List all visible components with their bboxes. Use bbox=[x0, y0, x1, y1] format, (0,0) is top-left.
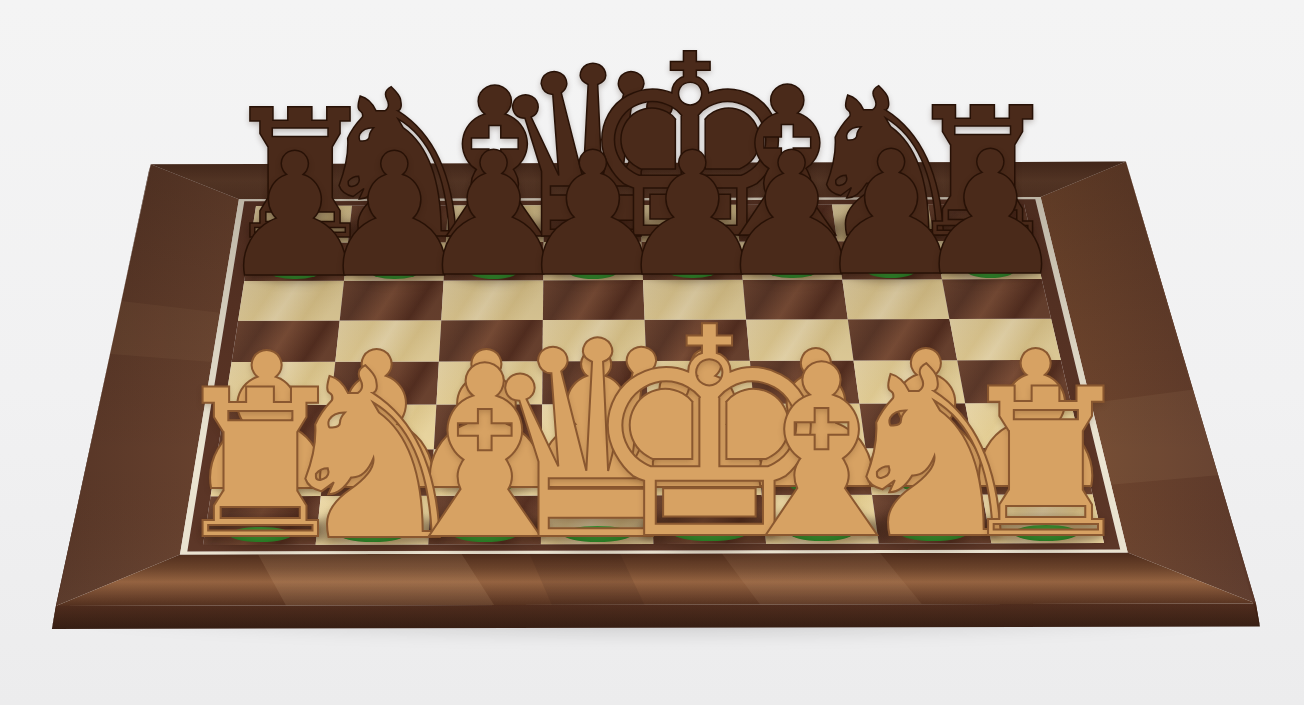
chess-product-render: ♜♞♝♛♚♝♞♜♟♟♟♟♟♟♟♟♟♟♟♟♟♟♟♟♜♞♝♛♚♝♞♜ bbox=[0, 0, 1304, 705]
felt-h1 bbox=[1014, 525, 1078, 541]
felt-b8 bbox=[368, 228, 427, 242]
felt-b2 bbox=[350, 478, 403, 493]
felt-g7 bbox=[867, 264, 915, 278]
felt-e2 bbox=[680, 478, 733, 493]
felt-f2 bbox=[790, 477, 843, 492]
felt-d2 bbox=[570, 478, 623, 493]
felt-c7 bbox=[470, 265, 518, 279]
felt-h8 bbox=[955, 226, 1010, 240]
felt-c1 bbox=[453, 526, 517, 542]
felt-g1 bbox=[900, 525, 968, 541]
felt-f7 bbox=[768, 265, 816, 279]
felt-d8 bbox=[562, 227, 622, 241]
felt-a2 bbox=[240, 479, 293, 494]
felt-f1 bbox=[790, 526, 854, 542]
felt-c8 bbox=[467, 227, 522, 241]
chess-board bbox=[0, 0, 1304, 705]
felt-g8 bbox=[856, 226, 915, 240]
felt-d1 bbox=[563, 526, 632, 542]
felt-h7 bbox=[967, 264, 1015, 278]
felt-d7 bbox=[569, 265, 617, 279]
felt-b1 bbox=[339, 527, 407, 543]
